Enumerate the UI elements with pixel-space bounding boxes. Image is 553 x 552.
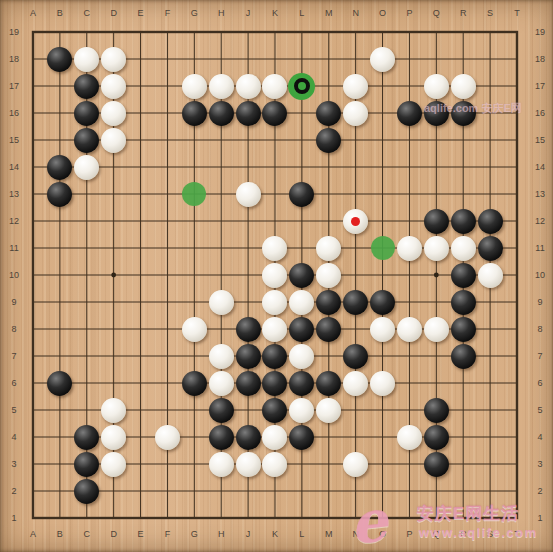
marker-last-move-dot-N12 bbox=[351, 217, 360, 226]
marker-green-ring-L17 bbox=[288, 73, 315, 100]
go-board-screenshot: AABBCCDDEEFFGGHHJJKKLLMMNNOOPPQQRRSSTT19… bbox=[0, 0, 553, 552]
markers-layer bbox=[0, 0, 553, 552]
marker-green-dot-O11 bbox=[371, 236, 395, 260]
marker-ring-icon bbox=[294, 78, 310, 94]
marker-green-dot-G13 bbox=[182, 182, 206, 206]
